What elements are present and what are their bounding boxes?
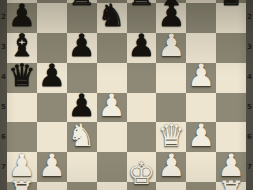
square-g5[interactable]: ♟ xyxy=(186,63,216,93)
square-c2[interactable] xyxy=(67,152,97,182)
piece-black-bishop-a6[interactable]: ♝ xyxy=(7,31,37,61)
square-c4[interactable]: ♟ xyxy=(67,93,97,123)
piece-white-queen-f3[interactable]: ♛ xyxy=(156,120,186,150)
square-e4[interactable] xyxy=(127,93,157,123)
square-e7[interactable] xyxy=(127,3,157,33)
square-f7[interactable]: ♟ xyxy=(156,3,186,33)
square-a1[interactable]: ♜ xyxy=(7,182,37,190)
rank-label-left-2: 2 xyxy=(0,13,7,21)
piece-white-pawn-f6[interactable]: ♟ xyxy=(156,31,186,61)
rank-label-left-6: 6 xyxy=(0,133,7,141)
square-c7[interactable] xyxy=(67,3,97,33)
rank-label-right-2: 2 xyxy=(246,13,253,21)
square-h3[interactable] xyxy=(216,122,246,152)
square-d5[interactable] xyxy=(97,63,127,93)
rank-label-right-7: 7 xyxy=(246,163,253,171)
piece-black-pawn-c4[interactable]: ♟ xyxy=(67,91,97,121)
square-g2[interactable] xyxy=(186,152,216,182)
square-h2[interactable]: ♟ xyxy=(216,152,246,182)
square-a6[interactable]: ♝ xyxy=(7,33,37,63)
piece-white-pawn-d4[interactable]: ♟ xyxy=(97,91,127,121)
piece-black-pawn-c6[interactable]: ♟ xyxy=(67,31,97,61)
square-h7[interactable] xyxy=(216,3,246,33)
square-f3[interactable]: ♛ xyxy=(156,122,186,152)
piece-black-knight-d7[interactable]: ♞ xyxy=(97,1,127,31)
chess-app-window: ♜♜♝♚♟♞♟♝♟♟♟♛♟♟♟♟♞♛♟♟♟♟♟♜♚♜ 234567234567 xyxy=(0,0,253,190)
square-d2[interactable] xyxy=(97,152,127,182)
piece-black-queen-a5[interactable]: ♛ xyxy=(7,61,37,91)
square-f6[interactable]: ♟ xyxy=(156,33,186,63)
square-a4[interactable] xyxy=(7,93,37,123)
square-e1[interactable]: ♚ xyxy=(127,182,157,190)
piece-black-pawn-a7[interactable]: ♟ xyxy=(7,1,37,31)
square-e3[interactable] xyxy=(127,122,157,152)
square-b5[interactable]: ♟ xyxy=(37,63,67,93)
square-d7[interactable]: ♞ xyxy=(97,3,127,33)
square-g4[interactable] xyxy=(186,93,216,123)
square-c6[interactable]: ♟ xyxy=(67,33,97,63)
square-h1[interactable]: ♜ xyxy=(216,182,246,190)
square-b2[interactable]: ♟ xyxy=(37,152,67,182)
square-g3[interactable]: ♟ xyxy=(186,122,216,152)
square-g1[interactable] xyxy=(186,182,216,190)
square-b6[interactable] xyxy=(37,33,67,63)
square-b1[interactable] xyxy=(37,182,67,190)
square-a2[interactable]: ♟ xyxy=(7,152,37,182)
square-g6[interactable] xyxy=(186,33,216,63)
square-b4[interactable] xyxy=(37,93,67,123)
rank-label-left-4: 4 xyxy=(0,73,7,81)
square-d6[interactable] xyxy=(97,33,127,63)
square-a5[interactable]: ♛ xyxy=(7,63,37,93)
square-d3[interactable] xyxy=(97,122,127,152)
square-c5[interactable] xyxy=(67,63,97,93)
piece-white-pawn-g5[interactable]: ♟ xyxy=(186,61,216,91)
rank-label-right-5: 5 xyxy=(246,103,253,111)
square-h4[interactable] xyxy=(216,93,246,123)
square-g7[interactable] xyxy=(186,3,216,33)
square-f5[interactable] xyxy=(156,63,186,93)
square-f4[interactable] xyxy=(156,93,186,123)
piece-black-pawn-f7[interactable]: ♟ xyxy=(156,1,186,31)
square-h5[interactable] xyxy=(216,63,246,93)
square-f1[interactable] xyxy=(156,182,186,190)
rank-label-right-4: 4 xyxy=(246,73,253,81)
rank-label-left-3: 3 xyxy=(0,43,7,51)
piece-black-pawn-e6[interactable]: ♟ xyxy=(127,31,157,61)
piece-white-pawn-f2[interactable]: ♟ xyxy=(156,150,186,180)
square-e5[interactable] xyxy=(127,63,157,93)
rank-label-right-6: 6 xyxy=(246,133,253,141)
square-e6[interactable]: ♟ xyxy=(127,33,157,63)
piece-white-pawn-h2[interactable]: ♟ xyxy=(216,150,246,180)
square-f2[interactable]: ♟ xyxy=(156,152,186,182)
square-b7[interactable] xyxy=(37,3,67,33)
square-d4[interactable]: ♟ xyxy=(97,93,127,123)
piece-white-pawn-b2[interactable]: ♟ xyxy=(37,150,67,180)
square-b3[interactable] xyxy=(37,122,67,152)
square-e2[interactable] xyxy=(127,152,157,182)
piece-white-pawn-g3[interactable]: ♟ xyxy=(186,120,216,150)
rank-label-right-3: 3 xyxy=(246,43,253,51)
square-d1[interactable] xyxy=(97,182,127,190)
square-a7[interactable]: ♟ xyxy=(7,3,37,33)
rank-label-left-7: 7 xyxy=(0,163,7,171)
square-a3[interactable] xyxy=(7,122,37,152)
piece-white-pawn-a2[interactable]: ♟ xyxy=(7,150,37,180)
chess-board: ♜♜♝♚♟♞♟♝♟♟♟♛♟♟♟♟♞♛♟♟♟♟♟♜♚♜ xyxy=(7,0,246,190)
square-c1[interactable] xyxy=(67,182,97,190)
square-c3[interactable]: ♞ xyxy=(67,122,97,152)
square-h6[interactable] xyxy=(216,33,246,63)
piece-black-pawn-b5[interactable]: ♟ xyxy=(37,61,67,91)
piece-white-knight-c3[interactable]: ♞ xyxy=(67,120,97,150)
rank-label-left-5: 5 xyxy=(0,103,7,111)
